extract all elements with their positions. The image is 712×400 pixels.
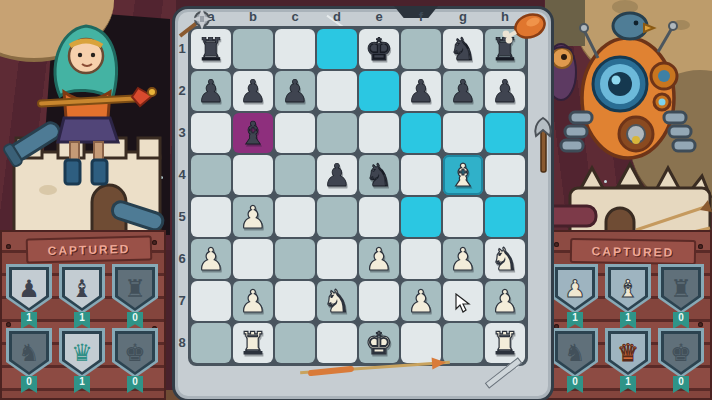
- square-h6[interactable]: ♞: [485, 239, 525, 279]
- queen-character: [0, 0, 172, 248]
- square-a5[interactable]: [191, 197, 231, 237]
- arrowhead-decoration: [432, 357, 447, 370]
- square-f5[interactable]: [401, 197, 441, 237]
- captured-card-dark-rook: ♜0: [112, 264, 158, 330]
- square-d8[interactable]: [317, 323, 357, 363]
- knight-card-icon: ♞: [18, 339, 40, 367]
- square-b4[interactable]: [233, 155, 273, 195]
- black-bishop-b3[interactable]: ♝: [239, 118, 267, 149]
- square-c5[interactable]: [275, 197, 315, 237]
- square-a2[interactable]: ♟: [191, 71, 231, 111]
- square-a6[interactable]: ♟: [191, 239, 231, 279]
- white-pawn-a6[interactable]: ♟: [197, 244, 225, 275]
- black-pawn-h2[interactable]: ♟: [491, 76, 519, 107]
- knight-card-icon: ♞: [564, 339, 586, 367]
- rook-card-icon: ♜: [124, 275, 146, 303]
- captured-count-white-rook: 0: [673, 312, 689, 329]
- square-g4[interactable]: ♝: [443, 155, 483, 195]
- white-pawn-b5[interactable]: ♟: [239, 202, 267, 233]
- square-c3[interactable]: [275, 113, 315, 153]
- square-c4[interactable]: [275, 155, 315, 195]
- square-a7[interactable]: [191, 281, 231, 321]
- captured-count-white-pawn: 1: [567, 312, 583, 329]
- rank-label-5: 5: [176, 197, 188, 237]
- square-d7[interactable]: ♞: [317, 281, 357, 321]
- square-b1[interactable]: [233, 29, 273, 69]
- white-pawn-h7[interactable]: ♟: [491, 286, 519, 317]
- square-f1[interactable]: [401, 29, 441, 69]
- square-c6[interactable]: [275, 239, 315, 279]
- square-c8[interactable]: [275, 323, 315, 363]
- file-label-d: d: [317, 8, 357, 26]
- black-pawn-f2[interactable]: ♟: [407, 76, 435, 107]
- square-g1[interactable]: ♞: [443, 29, 483, 69]
- square-b8[interactable]: ♜: [233, 323, 273, 363]
- square-f2[interactable]: ♟: [401, 71, 441, 111]
- file-label-e: e: [359, 8, 399, 26]
- captured-card-dark-pawn: ♟1: [6, 264, 52, 330]
- captured-count-dark-bishop: 1: [74, 312, 90, 329]
- rank-label-7: 7: [176, 281, 188, 321]
- captured-card-dark-queen: ♛1: [59, 328, 105, 394]
- white-bishop-g4[interactable]: ♝: [449, 160, 477, 191]
- square-b3[interactable]: ♝: [233, 113, 273, 153]
- mace-icon: [176, 10, 212, 40]
- square-f3[interactable]: [401, 113, 441, 153]
- square-d2[interactable]: [317, 71, 357, 111]
- captured-card-white-knight: ♞0: [552, 328, 598, 394]
- square-e8[interactable]: ♚: [359, 323, 399, 363]
- black-pawn-a2[interactable]: ♟: [197, 76, 225, 107]
- square-g6[interactable]: ♟: [443, 239, 483, 279]
- captured-card-white-rook: ♜0: [658, 264, 704, 330]
- rank-label-4: 4: [176, 155, 188, 195]
- captured-count-dark-knight: 0: [21, 376, 37, 393]
- square-d1[interactable]: [317, 29, 357, 69]
- black-pawn-d4[interactable]: ♟: [323, 160, 351, 191]
- pawn-card-icon: ♟: [564, 275, 586, 303]
- square-g5[interactable]: [443, 197, 483, 237]
- rank-label-6: 6: [176, 239, 188, 279]
- captured-count-dark-king: 0: [127, 376, 143, 393]
- white-knight-d7[interactable]: ♞: [323, 286, 351, 317]
- captured-cards-right: ♟1♝1♜0♞0♛1♚0: [552, 264, 712, 394]
- black-pawn-c2[interactable]: ♟: [281, 76, 309, 107]
- square-h8[interactable]: ♜: [485, 323, 525, 363]
- captured-count-white-knight: 0: [567, 376, 583, 393]
- square-h3[interactable]: [485, 113, 525, 153]
- chess-board: ♜♚♞♜♟♟♟♟♟♟♝♟♞♝♟♟♟♟♞♟♞♟♟♜♚♜: [188, 26, 528, 366]
- square-h4[interactable]: [485, 155, 525, 195]
- square-f4[interactable]: [401, 155, 441, 195]
- square-f7[interactable]: ♟: [401, 281, 441, 321]
- captured-count-white-king: 0: [673, 376, 689, 393]
- captured-card-dark-knight: ♞0: [6, 328, 52, 394]
- king-card-icon: ♚: [124, 339, 146, 367]
- square-c7[interactable]: [275, 281, 315, 321]
- captured-card-dark-bishop: ♝1: [59, 264, 105, 330]
- captured-card-dark-king: ♚0: [112, 328, 158, 394]
- captured-count-dark-queen: 1: [74, 376, 90, 393]
- captured-card-white-king: ♚0: [658, 328, 704, 394]
- square-h2[interactable]: ♟: [485, 71, 525, 111]
- captured-card-white-pawn: ♟1: [552, 264, 598, 330]
- white-rook-b8[interactable]: ♜: [239, 328, 267, 359]
- drumstick-icon: [502, 10, 548, 44]
- black-knight-g1[interactable]: ♞: [449, 34, 477, 65]
- queen-card-icon: ♛: [617, 339, 639, 367]
- white-rook-h8[interactable]: ♜: [491, 328, 519, 359]
- captured-count-white-queen: 1: [620, 376, 636, 393]
- black-pawn-b2[interactable]: ♟: [239, 76, 267, 107]
- white-pawn-e6[interactable]: ♟: [365, 244, 393, 275]
- square-f6[interactable]: [401, 239, 441, 279]
- square-b6[interactable]: [233, 239, 273, 279]
- black-king-e1[interactable]: ♚: [365, 34, 393, 65]
- file-label-c: c: [275, 8, 315, 26]
- square-a3[interactable]: [191, 113, 231, 153]
- square-h5[interactable]: [485, 197, 525, 237]
- captured-card-white-queen: ♛1: [605, 328, 651, 394]
- captured-count-dark-pawn: 1: [21, 312, 37, 329]
- white-pawn-g6[interactable]: ♟: [449, 244, 477, 275]
- square-g3[interactable]: [443, 113, 483, 153]
- king-card-icon: ♚: [670, 339, 692, 367]
- bishop-card-icon: ♝: [71, 275, 93, 303]
- square-d6[interactable]: [317, 239, 357, 279]
- square-d4[interactable]: ♟: [317, 155, 357, 195]
- black-pawn-g2[interactable]: ♟: [449, 76, 477, 107]
- square-e7[interactable]: [359, 281, 399, 321]
- square-e1[interactable]: ♚: [359, 29, 399, 69]
- game-screen: { "game": "chess", "theme": "cartoon med…: [0, 0, 712, 400]
- square-e3[interactable]: [359, 113, 399, 153]
- white-pawn-b7[interactable]: ♟: [239, 286, 267, 317]
- pawn-card-icon: ♟: [18, 275, 40, 303]
- black-knight-e4[interactable]: ♞: [365, 160, 393, 191]
- square-b5[interactable]: ♟: [233, 197, 273, 237]
- square-a4[interactable]: [191, 155, 231, 195]
- square-g2[interactable]: ♟: [443, 71, 483, 111]
- bishop-card-icon: ♝: [617, 275, 639, 303]
- square-a8[interactable]: [191, 323, 231, 363]
- square-b2[interactable]: ♟: [233, 71, 273, 111]
- rank-label-3: 3: [176, 113, 188, 153]
- square-h7[interactable]: ♟: [485, 281, 525, 321]
- queen-card-icon: ♛: [71, 339, 93, 367]
- square-e5[interactable]: [359, 197, 399, 237]
- square-g8[interactable]: [443, 323, 483, 363]
- file-label-f: f: [401, 8, 441, 26]
- square-e2[interactable]: [359, 71, 399, 111]
- captured-banner-right: CAPTURED: [570, 238, 696, 265]
- white-pawn-f7[interactable]: ♟: [407, 286, 435, 317]
- axe-icon: [532, 116, 554, 174]
- captured-banner-left: CAPTURED: [26, 235, 153, 263]
- captured-count-white-bishop: 1: [620, 312, 636, 329]
- square-e6[interactable]: ♟: [359, 239, 399, 279]
- captured-card-white-bishop: ♝1: [605, 264, 651, 330]
- captured-cards-left: ♟1♝1♜0♞0♛1♚0: [6, 264, 166, 394]
- square-b7[interactable]: ♟: [233, 281, 273, 321]
- rank-label-2: 2: [176, 71, 188, 111]
- white-knight-h6[interactable]: ♞: [491, 244, 519, 275]
- square-d5[interactable]: [317, 197, 357, 237]
- file-label-g: g: [443, 8, 483, 26]
- square-d3[interactable]: [317, 113, 357, 153]
- captured-count-dark-rook: 0: [127, 312, 143, 329]
- mouse-cursor: [455, 293, 471, 313]
- square-c2[interactable]: ♟: [275, 71, 315, 111]
- square-c1[interactable]: [275, 29, 315, 69]
- square-e4[interactable]: ♞: [359, 155, 399, 195]
- white-king-e8[interactable]: ♚: [365, 328, 393, 359]
- file-label-b: b: [233, 8, 273, 26]
- rank-label-8: 8: [176, 323, 188, 363]
- rook-card-icon: ♜: [670, 275, 692, 303]
